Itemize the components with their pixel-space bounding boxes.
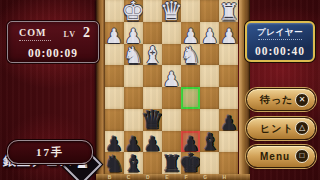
player-clock-panel: プレイヤー 00:00:40 (245, 21, 315, 62)
square-f5[interactable] (181, 87, 200, 109)
square-c5[interactable] (124, 87, 143, 109)
square-d2[interactable] (143, 22, 162, 44)
move-counter: 17手 (7, 140, 93, 164)
square-g3[interactable] (200, 44, 219, 66)
square-c7[interactable]: ♟ (124, 131, 143, 153)
square-e5[interactable] (162, 87, 181, 109)
piece-bP-h6: ♟ (220, 113, 238, 133)
undo-button[interactable]: 待った ✕ (246, 88, 316, 111)
com-level-label: LV (64, 30, 76, 39)
piece-bB-g7: ♝ (199, 131, 220, 154)
com-time: 00:00:09 (8, 47, 98, 59)
file-letter-f: F (181, 174, 191, 180)
square-g8[interactable] (200, 152, 219, 174)
square-g6[interactable] (200, 109, 219, 131)
menu-button[interactable]: Menu □ (246, 145, 316, 168)
square-f8[interactable]: ♚ (181, 152, 200, 174)
square-g1[interactable] (200, 0, 219, 22)
square-h3[interactable] (219, 44, 238, 66)
square-e2[interactable] (162, 22, 181, 44)
file-letter-d: D (143, 174, 153, 180)
menu-button-label: Menu (260, 146, 290, 167)
square-d5[interactable] (143, 87, 162, 109)
piece-bP-b7: ♟ (105, 134, 123, 154)
square-g7[interactable]: ♝ (200, 131, 219, 153)
square-f2[interactable]: ♟ (181, 22, 200, 44)
square-c8[interactable]: ♝ (124, 152, 143, 174)
square-b4[interactable] (105, 65, 124, 87)
square-h7[interactable] (219, 131, 238, 153)
piece-bB-c8: ♝ (123, 153, 144, 174)
square-e7[interactable] (162, 131, 181, 153)
square-h2[interactable]: ♟ (219, 22, 238, 44)
square-b1[interactable] (105, 0, 124, 22)
square-c1[interactable]: ♚ (124, 0, 143, 22)
square-h8[interactable] (219, 152, 238, 174)
piece-bQ-d6: ♛ (141, 107, 164, 133)
square-e4[interactable]: ♟ (162, 65, 181, 87)
square-d6[interactable]: ♛ (143, 109, 162, 131)
square-g4[interactable] (200, 65, 219, 87)
com-clock-panel: COM LV 2 00:00:09 (7, 21, 99, 63)
piece-bK-f8: ♚ (179, 150, 202, 174)
file-letter-h: H (219, 174, 229, 180)
file-letter-g: G (200, 174, 210, 180)
square-g2[interactable]: ♟ (200, 22, 219, 44)
piece-wB-d3: ♝ (142, 44, 163, 67)
undo-button-label: 待った (260, 89, 293, 110)
piece-bR-e8: ♜ (161, 153, 182, 174)
square-b6[interactable] (105, 109, 124, 131)
player-underline (258, 39, 302, 40)
app-logo: ♞ 銀星チェス (0, 70, 104, 116)
chess-board: ♚♛♜♟♟♟♟♟♞♝♞♟♛♟♟♟♟♟♝♞♝♜♚ (105, 0, 239, 174)
piece-wN-c3: ♞ (123, 44, 144, 67)
com-row: COM LV 2 (8, 26, 98, 40)
piece-wR-h1: ♜ (219, 1, 239, 24)
square-d7[interactable]: ♟ (143, 131, 162, 153)
square-d4[interactable] (143, 65, 162, 87)
piece-wP-f2: ♟ (182, 26, 200, 46)
piece-bP-d7: ♟ (143, 134, 161, 154)
square-c3[interactable]: ♞ (124, 44, 143, 66)
cross-button-icon: ✕ (295, 93, 309, 107)
square-b3[interactable] (105, 44, 124, 66)
com-underline (19, 40, 51, 41)
triangle-button-icon: △ (295, 121, 309, 135)
square-e8[interactable]: ♜ (162, 152, 181, 174)
square-h1[interactable]: ♜ (219, 0, 238, 22)
player-time: 00:00:40 (247, 45, 313, 57)
square-h5[interactable] (219, 87, 238, 109)
square-g5[interactable] (200, 87, 219, 109)
square-d3[interactable]: ♝ (143, 44, 162, 66)
game-screen: ♚♛♜♟♟♟♟♟♞♝♞♟♛♟♟♟♟♟♝♞♝♜♚ BCDEFGH COM LV 2… (0, 0, 320, 180)
com-label: COM (19, 27, 46, 38)
file-letter-b: B (105, 174, 115, 180)
square-d1[interactable] (143, 0, 162, 22)
piece-bP-f7: ♟ (182, 134, 200, 154)
square-e1[interactable]: ♛ (162, 0, 181, 22)
square-f4[interactable] (181, 65, 200, 87)
square-f7[interactable]: ♟ (181, 131, 200, 153)
piece-wQ-e1: ♛ (160, 0, 183, 24)
square-e3[interactable] (162, 44, 181, 66)
square-c4[interactable] (124, 65, 143, 87)
piece-wN-f3: ♞ (180, 44, 201, 67)
file-letter-e: E (162, 174, 172, 180)
piece-wP-e4: ♟ (163, 69, 181, 89)
square-e6[interactable] (162, 109, 181, 131)
square-f1[interactable] (181, 0, 200, 22)
square-b5[interactable] (105, 87, 124, 109)
piece-bP-c7: ♟ (124, 134, 142, 154)
file-letter-c: C (124, 174, 134, 180)
square-c2[interactable]: ♟ (124, 22, 143, 44)
square-c6[interactable] (124, 109, 143, 131)
square-f6[interactable] (181, 109, 200, 131)
square-f3[interactable]: ♞ (181, 44, 200, 66)
square-h4[interactable] (219, 65, 238, 87)
hint-button-label: ヒント (260, 118, 294, 139)
com-level-value: 2 (83, 25, 90, 41)
square-h6[interactable]: ♟ (219, 109, 238, 131)
piece-wK-c1: ♚ (122, 0, 145, 24)
piece-wP-g2: ♟ (201, 26, 219, 46)
square-b2[interactable]: ♟ (105, 22, 124, 44)
square-b8[interactable]: ♞ (105, 152, 124, 174)
player-label: プレイヤー (247, 27, 313, 39)
hint-button[interactable]: ヒント △ (246, 117, 316, 140)
square-button-icon: □ (295, 149, 309, 163)
piece-wP-b2: ♟ (105, 26, 123, 46)
piece-wP-h2: ♟ (220, 26, 238, 46)
square-b7[interactable]: ♟ (105, 131, 124, 153)
piece-wP-c2: ♟ (124, 26, 142, 46)
square-d8[interactable] (143, 152, 162, 174)
piece-bN-b8: ♞ (105, 153, 125, 174)
